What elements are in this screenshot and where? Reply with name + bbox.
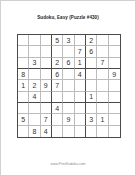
cell-r1c3 — [41, 35, 52, 46]
cell-r3c7 — [86, 58, 97, 69]
cell-r3c6: 1 — [75, 58, 86, 69]
cell-r1c9 — [109, 35, 120, 46]
cell-r7c7 — [86, 103, 97, 114]
cell-r2c7: 6 — [86, 46, 97, 57]
cell-r3c3 — [41, 58, 52, 69]
cell-r9c7 — [86, 126, 97, 137]
cell-r5c2: 2 — [29, 80, 40, 91]
cell-r5c6 — [75, 80, 86, 91]
cell-r9c3: 4 — [41, 126, 52, 137]
cell-r3c4: 2 — [52, 58, 63, 69]
cell-r2c2 — [29, 46, 40, 57]
cell-r5c9 — [109, 80, 120, 91]
cell-r2c9 — [109, 46, 120, 57]
cell-r5c3: 9 — [41, 80, 52, 91]
sudoku-grid: 5327632617864912974145793184 — [17, 34, 121, 138]
cell-r2c4 — [52, 46, 63, 57]
cell-r7c1 — [18, 103, 29, 114]
cell-r6c7: 1 — [86, 92, 97, 103]
cell-r7c2 — [29, 103, 40, 114]
cell-r2c3 — [41, 46, 52, 57]
cell-r6c9 — [109, 92, 120, 103]
cell-r2c1 — [18, 46, 29, 57]
cell-r1c8 — [97, 35, 108, 46]
cell-r4c8 — [97, 69, 108, 80]
cell-r3c2: 3 — [29, 58, 40, 69]
cell-r6c8 — [97, 92, 108, 103]
cell-r4c4: 6 — [52, 69, 63, 80]
cell-r4c1: 8 — [18, 69, 29, 80]
cell-r4c2 — [29, 69, 40, 80]
cell-r1c2 — [29, 35, 40, 46]
cell-r9c9 — [109, 126, 120, 137]
cell-r5c1: 1 — [18, 80, 29, 91]
cell-r2c6: 7 — [75, 46, 86, 57]
cell-r1c7: 2 — [86, 35, 97, 46]
cell-r9c4 — [52, 126, 63, 137]
cell-r6c6 — [75, 92, 86, 103]
cell-r9c1 — [18, 126, 29, 137]
sudoku-page: Sudoku, Easy (Puzzle #430) 5327632617864… — [0, 0, 136, 176]
cell-r4c9: 9 — [109, 69, 120, 80]
cell-r4c6: 4 — [75, 69, 86, 80]
cell-r1c1 — [18, 35, 29, 46]
cell-r5c5 — [63, 80, 74, 91]
cell-r8c3: 7 — [41, 114, 52, 125]
page-title: Sudoku, Easy (Puzzle #430) — [1, 15, 135, 20]
cell-r8c2 — [29, 114, 40, 125]
cell-r1c4: 5 — [52, 35, 63, 46]
cell-r2c5 — [63, 46, 74, 57]
cell-r6c2: 4 — [29, 92, 40, 103]
cell-r8c4 — [52, 114, 63, 125]
cell-r8c7: 3 — [86, 114, 97, 125]
cell-r5c7 — [86, 80, 97, 91]
cell-r9c5 — [63, 126, 74, 137]
cell-r8c6 — [75, 114, 86, 125]
cell-r6c3 — [41, 92, 52, 103]
cell-r3c9 — [109, 58, 120, 69]
cell-r3c5: 6 — [63, 58, 74, 69]
cell-r9c2: 8 — [29, 126, 40, 137]
cell-r6c5 — [63, 92, 74, 103]
cell-r3c1 — [18, 58, 29, 69]
cell-r7c9 — [109, 103, 120, 114]
cell-r8c8: 1 — [97, 114, 108, 125]
cell-r5c8 — [97, 80, 108, 91]
cell-r1c6 — [75, 35, 86, 46]
cell-r2c8 — [97, 46, 108, 57]
cell-r5c4: 7 — [52, 80, 63, 91]
cell-r4c3 — [41, 69, 52, 80]
cell-r1c5: 3 — [63, 35, 74, 46]
cell-r6c1 — [18, 92, 29, 103]
cell-r4c7 — [86, 69, 97, 80]
cell-r7c6 — [75, 103, 86, 114]
cell-r7c4: 4 — [52, 103, 63, 114]
cell-r9c6 — [75, 126, 86, 137]
cell-r8c9 — [109, 114, 120, 125]
cell-r9c8 — [97, 126, 108, 137]
footer-url: www.PrintSudoku.com — [1, 162, 135, 166]
cell-r7c8 — [97, 103, 108, 114]
cell-r6c4 — [52, 92, 63, 103]
cell-r7c5 — [63, 103, 74, 114]
cell-r8c1: 5 — [18, 114, 29, 125]
cell-r4c5 — [63, 69, 74, 80]
cell-r3c8: 7 — [97, 58, 108, 69]
cell-r7c3 — [41, 103, 52, 114]
cell-r8c5: 9 — [63, 114, 74, 125]
